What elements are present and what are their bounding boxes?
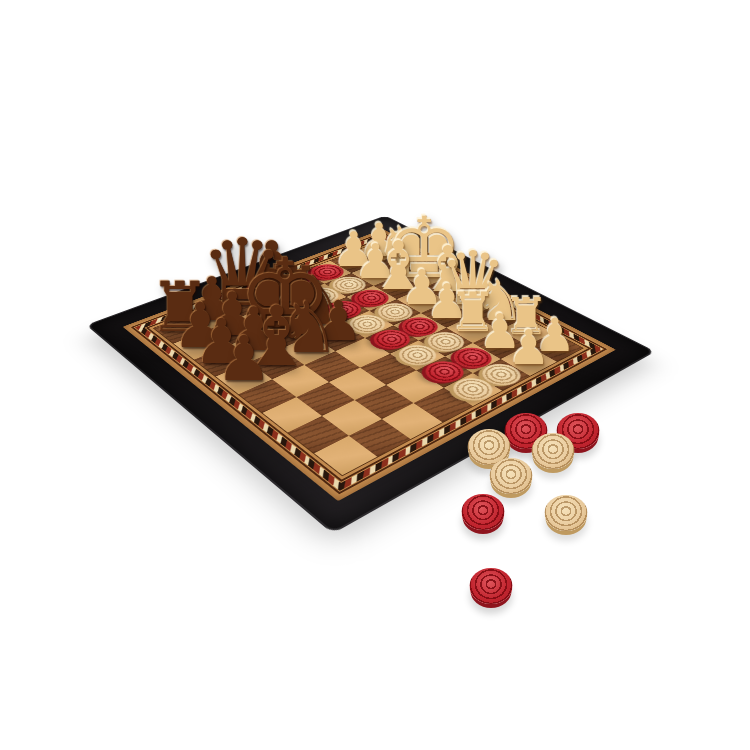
cream-checker[interactable] bbox=[545, 495, 588, 531]
dark-pawn[interactable]: ♟ bbox=[216, 328, 272, 390]
product-photo-scene: ♟♞♚♝♛♞♜♟♟♟♝♟♟♜♟♟♝♜♞♟♛♟♚♞♟♟♟♝♜♟♟♟ bbox=[0, 0, 750, 750]
cream-checker[interactable] bbox=[532, 433, 575, 469]
cream-checker[interactable] bbox=[490, 458, 533, 494]
red-checker[interactable] bbox=[462, 494, 505, 530]
light-pawn[interactable]: ♟ bbox=[507, 323, 550, 371]
red-checker[interactable] bbox=[470, 568, 513, 604]
